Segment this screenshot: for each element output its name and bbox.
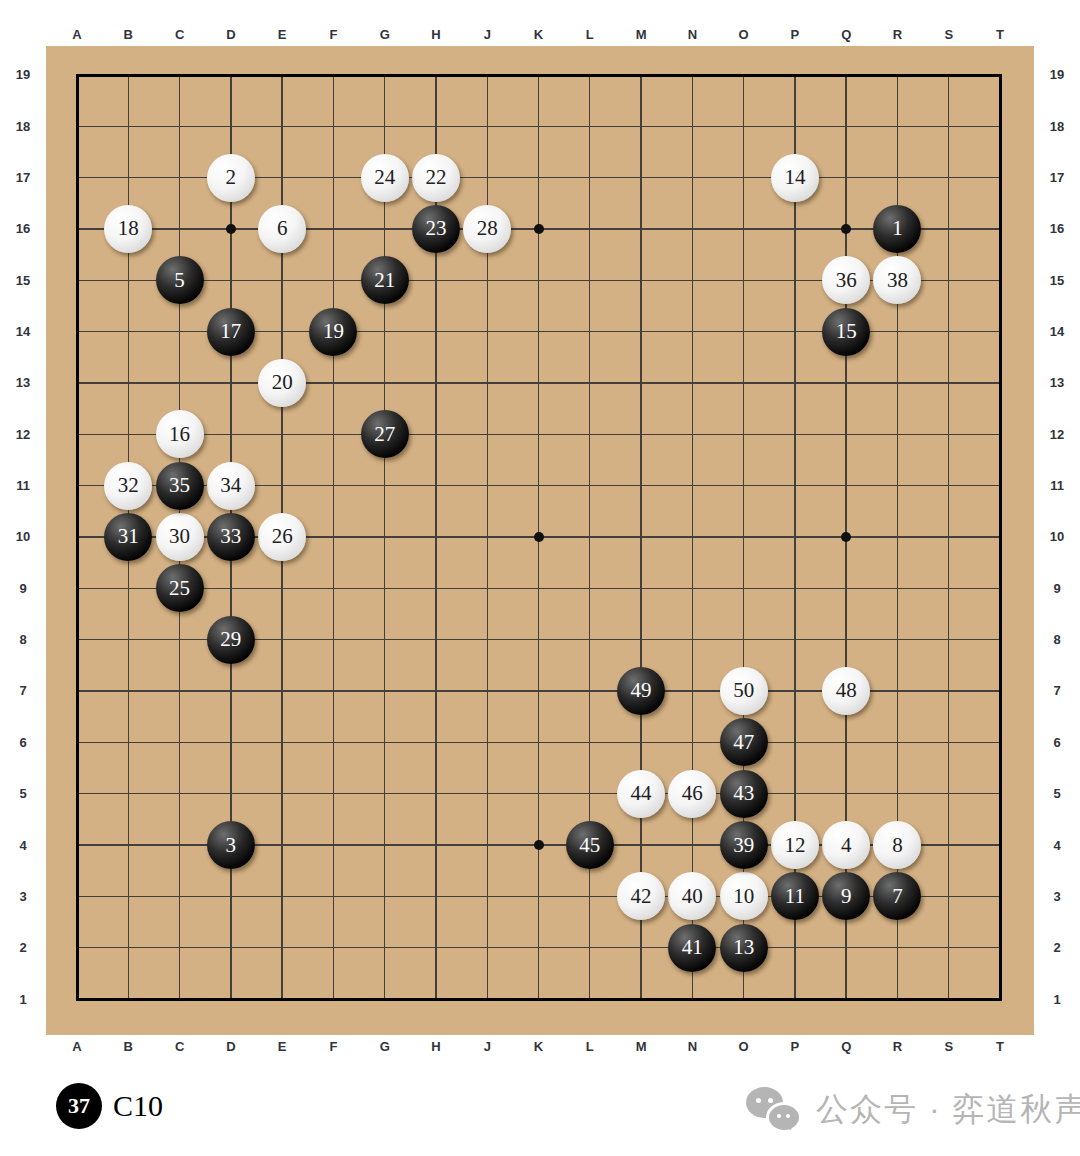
star-point-Q16 (841, 224, 851, 234)
stone-move-number: 36 (836, 268, 857, 293)
coord-col-label-J: J (462, 1036, 513, 1058)
coord-col-label-M: M (615, 1036, 666, 1058)
coord-col-label-T: T (974, 24, 1025, 46)
stone-move-number: 14 (784, 165, 805, 190)
star-point-K16 (534, 224, 544, 234)
coord-col-label-L: L (564, 1036, 615, 1058)
stone-1-black-R16: 1 (873, 205, 921, 253)
stone-35-black-C11: 35 (156, 462, 204, 510)
coord-col-label-J: J (462, 24, 513, 46)
coord-col-label-B: B (103, 1036, 154, 1058)
stone-19-black-F14: 19 (309, 308, 357, 356)
coord-row-label-19: 19 (1034, 49, 1080, 100)
coord-col-label-T: T (974, 1036, 1025, 1058)
stone-44-white-M5: 44 (617, 770, 665, 818)
coord-col-label-P: P (769, 1036, 820, 1058)
coord-row-label-18: 18 (0, 101, 46, 152)
stone-5-black-C15: 5 (156, 256, 204, 304)
coord-col-label-S: S (923, 1036, 974, 1058)
stone-move-number: 32 (118, 473, 139, 498)
stone-28-white-J16: 28 (463, 205, 511, 253)
stone-move-number: 22 (425, 165, 446, 190)
stone-23-black-H16: 23 (412, 205, 460, 253)
coord-row-label-3: 3 (1034, 871, 1080, 922)
coord-row-label-5: 5 (0, 768, 46, 819)
watermark: 公众号 · 弈道秋声 (746, 1086, 1080, 1134)
stone-move-number: 28 (477, 216, 498, 241)
stone-9-black-Q3: 9 (822, 872, 870, 920)
coord-col-label-R: R (872, 24, 923, 46)
caption-location: C10 (113, 1089, 163, 1123)
coord-row-label-4: 4 (1034, 819, 1080, 870)
coord-col-label-M: M (615, 24, 666, 46)
stone-move-number: 13 (733, 935, 754, 960)
coord-col-label-D: D (205, 24, 256, 46)
star-point-D16 (226, 224, 236, 234)
coord-row-label-2: 2 (1034, 922, 1080, 973)
coord-row-label-16: 16 (0, 203, 46, 254)
stone-move-number: 4 (841, 833, 852, 858)
coord-row-label-15: 15 (0, 255, 46, 306)
stone-move-number: 24 (374, 165, 395, 190)
stone-move-number: 11 (785, 884, 805, 909)
stone-25-black-C9: 25 (156, 564, 204, 612)
stone-48-white-Q7: 48 (822, 667, 870, 715)
stone-move-number: 26 (272, 524, 293, 549)
coord-row-label-8: 8 (0, 614, 46, 665)
coord-col-label-S: S (923, 24, 974, 46)
coord-row-label-3: 3 (0, 871, 46, 922)
coord-row-label-16: 16 (1034, 203, 1080, 254)
coord-row-label-10: 10 (1034, 511, 1080, 562)
stone-18-white-B16: 18 (104, 205, 152, 253)
coord-col-label-A: A (51, 24, 102, 46)
stone-7-black-R3: 7 (873, 872, 921, 920)
coord-col-label-F: F (308, 24, 359, 46)
stone-move-number: 25 (169, 576, 190, 601)
stone-move-number: 23 (425, 216, 446, 241)
stone-move-number: 45 (579, 833, 600, 858)
coord-col-label-K: K (513, 24, 564, 46)
stone-move-number: 8 (892, 833, 903, 858)
stone-29-black-D8: 29 (207, 616, 255, 664)
stone-22-white-H17: 22 (412, 154, 460, 202)
coord-row-label-7: 7 (1034, 665, 1080, 716)
stone-50-white-O7: 50 (720, 667, 768, 715)
coord-row-label-9: 9 (0, 563, 46, 614)
stone-26-white-E10: 26 (258, 513, 306, 561)
stone-34-white-D11: 34 (207, 462, 255, 510)
star-point-K4 (534, 840, 544, 850)
stone-47-black-O6: 47 (720, 718, 768, 766)
stone-46-white-N5: 46 (668, 770, 716, 818)
coord-row-label-9: 9 (1034, 563, 1080, 614)
stone-move-number: 29 (220, 627, 241, 652)
coord-col-label-E: E (257, 1036, 308, 1058)
stone-move-number: 38 (887, 268, 908, 293)
stone-move-number: 2 (226, 165, 237, 190)
coord-col-label-O: O (718, 24, 769, 46)
stone-move-number: 19 (323, 319, 344, 344)
coord-col-label-H: H (410, 24, 461, 46)
caption-stone-number: 37 (68, 1093, 90, 1119)
coord-row-label-5: 5 (1034, 768, 1080, 819)
stone-move-number: 47 (733, 730, 754, 755)
stone-move-number: 17 (220, 319, 241, 344)
stone-move-number: 49 (631, 678, 652, 703)
coord-col-label-L: L (564, 24, 615, 46)
stone-11-black-P3: 11 (771, 872, 819, 920)
stone-move-number: 43 (733, 781, 754, 806)
coord-col-label-N: N (667, 1036, 718, 1058)
stone-move-number: 16 (169, 422, 190, 447)
stone-move-number: 3 (226, 833, 237, 858)
column-labels-top: ABCDEFGHJKLMNOPQRST (51, 24, 1025, 46)
stone-14-white-P17: 14 (771, 154, 819, 202)
stone-move-number: 30 (169, 524, 190, 549)
stone-6-white-E16: 6 (258, 205, 306, 253)
coord-row-label-1: 1 (0, 973, 46, 1024)
stone-move-number: 34 (220, 473, 241, 498)
stone-move-number: 31 (118, 524, 139, 549)
stone-move-number: 21 (374, 268, 395, 293)
stone-8-white-R4: 8 (873, 821, 921, 869)
coord-row-label-11: 11 (0, 460, 46, 511)
stone-move-number: 39 (733, 833, 754, 858)
stone-move-number: 48 (836, 678, 857, 703)
stone-40-white-N3: 40 (668, 872, 716, 920)
coord-row-label-11: 11 (1034, 460, 1080, 511)
coord-row-label-13: 13 (1034, 357, 1080, 408)
coord-row-label-17: 17 (1034, 152, 1080, 203)
coord-row-label-17: 17 (0, 152, 46, 203)
stone-16-white-C12: 16 (156, 410, 204, 458)
stone-27-black-G12: 27 (361, 410, 409, 458)
stone-move-number: 5 (174, 268, 185, 293)
coord-row-label-1: 1 (1034, 973, 1080, 1024)
watermark-text: 公众号 · 弈道秋声 (816, 1088, 1080, 1132)
stone-39-black-O4: 39 (720, 821, 768, 869)
stone-move-number: 15 (836, 319, 857, 344)
coord-col-label-R: R (872, 1036, 923, 1058)
coord-col-label-G: G (359, 24, 410, 46)
coord-row-label-8: 8 (1034, 614, 1080, 665)
coord-col-label-C: C (154, 1036, 205, 1058)
coord-col-label-H: H (410, 1036, 461, 1058)
stone-2-white-D17: 2 (207, 154, 255, 202)
stone-10-white-O3: 10 (720, 872, 768, 920)
stone-move-number: 40 (682, 884, 703, 909)
coord-col-label-O: O (718, 1036, 769, 1058)
stone-43-black-O5: 43 (720, 770, 768, 818)
stone-17-black-D14: 17 (207, 308, 255, 356)
coord-row-label-15: 15 (1034, 255, 1080, 306)
intersections-grid: 1234567891011121314151617181920212223242… (51, 49, 1025, 1024)
stone-move-number: 18 (118, 216, 139, 241)
coord-row-label-10: 10 (0, 511, 46, 562)
stone-42-white-M3: 42 (617, 872, 665, 920)
stone-32-white-B11: 32 (104, 462, 152, 510)
stone-move-number: 20 (272, 370, 293, 395)
coord-row-label-6: 6 (1034, 717, 1080, 768)
star-point-Q10 (841, 532, 851, 542)
coord-row-label-12: 12 (1034, 409, 1080, 460)
coord-col-label-D: D (205, 1036, 256, 1058)
stone-move-number: 50 (733, 678, 754, 703)
stone-move-number: 6 (277, 216, 288, 241)
coord-col-label-N: N (667, 24, 718, 46)
wechat-icon (746, 1087, 802, 1133)
stone-move-number: 41 (682, 935, 703, 960)
stone-15-black-Q14: 15 (822, 308, 870, 356)
coord-row-label-2: 2 (0, 922, 46, 973)
stone-12-white-P4: 12 (771, 821, 819, 869)
stone-4-white-Q4: 4 (822, 821, 870, 869)
row-labels-left: 19181716151413121110987654321 (0, 49, 46, 1024)
coord-col-label-Q: Q (821, 24, 872, 46)
move-caption: 37 C10 (56, 1082, 163, 1130)
stone-move-number: 10 (733, 884, 754, 909)
stone-36-white-Q15: 36 (822, 256, 870, 304)
row-labels-right: 19181716151413121110987654321 (1034, 49, 1080, 1024)
stone-20-white-E13: 20 (258, 359, 306, 407)
stone-41-black-N2: 41 (668, 924, 716, 972)
stone-move-number: 35 (169, 473, 190, 498)
stone-30-white-C10: 30 (156, 513, 204, 561)
column-labels-bottom: ABCDEFGHJKLMNOPQRST (51, 1036, 1025, 1058)
stone-move-number: 44 (631, 781, 652, 806)
coord-row-label-13: 13 (0, 357, 46, 408)
stone-move-number: 9 (841, 884, 852, 909)
coord-row-label-19: 19 (0, 49, 46, 100)
coord-row-label-12: 12 (0, 409, 46, 460)
coord-col-label-P: P (769, 24, 820, 46)
stone-move-number: 7 (892, 884, 903, 909)
coord-col-label-K: K (513, 1036, 564, 1058)
stone-move-number: 27 (374, 422, 395, 447)
stone-45-black-L4: 45 (566, 821, 614, 869)
stone-38-white-R15: 38 (873, 256, 921, 304)
coord-row-label-18: 18 (1034, 101, 1080, 152)
stone-13-black-O2: 13 (720, 924, 768, 972)
stone-move-number: 33 (220, 524, 241, 549)
coord-row-label-14: 14 (0, 306, 46, 357)
coord-col-label-B: B (103, 24, 154, 46)
star-point-K10 (534, 532, 544, 542)
stone-move-number: 1 (892, 216, 903, 241)
coord-col-label-G: G (359, 1036, 410, 1058)
stone-move-number: 46 (682, 781, 703, 806)
stone-49-black-M7: 49 (617, 667, 665, 715)
coord-row-label-4: 4 (0, 819, 46, 870)
caption-stone-37: 37 (56, 1083, 102, 1129)
coord-col-label-Q: Q (821, 1036, 872, 1058)
coord-col-label-C: C (154, 24, 205, 46)
coord-col-label-E: E (257, 24, 308, 46)
stone-21-black-G15: 21 (361, 256, 409, 304)
stone-24-white-G17: 24 (361, 154, 409, 202)
stone-move-number: 42 (631, 884, 652, 909)
coord-row-label-6: 6 (0, 717, 46, 768)
coord-row-label-7: 7 (0, 665, 46, 716)
coord-row-label-14: 14 (1034, 306, 1080, 357)
coord-col-label-F: F (308, 1036, 359, 1058)
stone-31-black-B10: 31 (104, 513, 152, 561)
coord-col-label-A: A (51, 1036, 102, 1058)
stone-move-number: 12 (784, 833, 805, 858)
stone-33-black-D10: 33 (207, 513, 255, 561)
stone-3-black-D4: 3 (207, 821, 255, 869)
